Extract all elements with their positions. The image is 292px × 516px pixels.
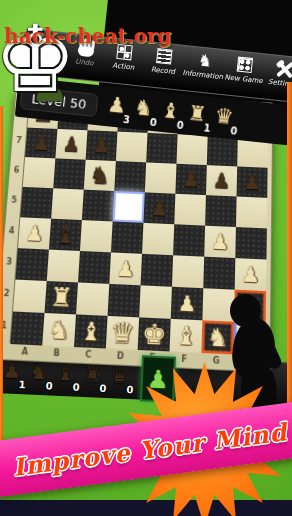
captured-knight-count: 0 <box>149 117 157 129</box>
square-d6[interactable] <box>114 161 146 192</box>
square-b6[interactable] <box>53 158 85 189</box>
frame-strip-right <box>287 82 292 454</box>
captured-knight-slot: ♞0 <box>133 94 158 126</box>
square-g6[interactable]: ♟ <box>206 165 237 196</box>
captured-queen-count: 0 <box>230 125 238 137</box>
square-f7[interactable] <box>176 134 207 165</box>
black-pawn: ♟ <box>92 131 112 161</box>
watermark: hack-cheat.org <box>4 24 172 48</box>
square-a7[interactable]: ♟ <box>25 128 57 159</box>
square-a2[interactable] <box>13 280 47 313</box>
square-g3[interactable] <box>203 257 235 290</box>
board-pieces-icon <box>235 55 257 75</box>
white-pawn: ♟ <box>177 287 197 320</box>
square-f4[interactable] <box>173 224 205 256</box>
square-b5[interactable] <box>51 188 84 220</box>
white-pawn: ♟ <box>24 218 45 250</box>
captured-queen-slot: ♛0 <box>109 362 132 393</box>
white-pawn: ♟ <box>210 226 229 258</box>
square-a4[interactable]: ♟ <box>18 217 51 249</box>
captured-rook-count: 0 <box>99 382 106 393</box>
square-b3[interactable] <box>47 250 80 283</box>
captured-bishop-slot: ♝0 <box>159 97 184 129</box>
square-c7[interactable]: ♟ <box>86 130 118 161</box>
captured-rook-slot: ♜0 <box>82 360 105 391</box>
square-h5[interactable] <box>236 197 267 229</box>
white-knight: ♞ <box>206 321 229 355</box>
chess-app-screen: hack-cheat.org ♚ ♟ 12 Menu Undo Action R… <box>0 0 292 516</box>
square-c4[interactable] <box>80 220 113 252</box>
square-g4[interactable]: ♟ <box>204 226 236 258</box>
white-pawn: ♟ <box>241 258 260 290</box>
square-b4[interactable]: ♝ <box>49 219 82 251</box>
square-g5[interactable] <box>205 195 236 227</box>
square-f3[interactable] <box>172 255 204 288</box>
white-knight: ♞ <box>47 313 71 347</box>
black-pawn: ♟ <box>243 167 262 198</box>
captured-bishop-count: 0 <box>176 120 184 132</box>
black-pawn: ♟ <box>61 129 81 159</box>
square-d2[interactable] <box>108 284 141 317</box>
black-pawn: ♟ <box>31 128 51 158</box>
file-label-c: C <box>72 346 105 364</box>
file-label-b: B <box>40 344 73 362</box>
captured-bishop-slot: ♝0 <box>55 359 78 390</box>
square-g7[interactable] <box>207 136 238 167</box>
action-label: Action <box>104 61 145 73</box>
captured-pawn-count: 1 <box>18 379 25 390</box>
square-d5[interactable] <box>113 191 145 223</box>
record-label: Record <box>143 65 184 77</box>
white-queen: ♛ <box>109 316 135 350</box>
black-pawn: ♟ <box>182 164 201 195</box>
black-knight: ♞ <box>89 160 112 191</box>
captured-knight-slot: ♞0 <box>28 358 51 389</box>
white-bishop: ♝ <box>175 319 198 353</box>
file-label-a: A <box>8 343 41 361</box>
square-b1[interactable]: ♞ <box>42 313 76 347</box>
square-a5[interactable] <box>20 187 53 219</box>
square-f5[interactable] <box>174 194 206 226</box>
information-label: Information <box>182 69 225 81</box>
square-e7[interactable] <box>146 133 177 164</box>
square-c3[interactable] <box>78 251 111 284</box>
crossed-tools-icon <box>274 59 292 79</box>
captured-rook-count: 1 <box>203 122 211 134</box>
square-f6[interactable]: ♟ <box>175 164 206 195</box>
new-game-label: New Game <box>224 73 265 85</box>
bottom-dark-bar <box>0 500 292 516</box>
white-pawn: ♟ <box>116 253 136 285</box>
captured-white-tray: ♟3♞0♝0♜1♛0 <box>106 91 238 134</box>
square-b7[interactable]: ♟ <box>55 129 87 160</box>
black-bishop: ♝ <box>54 219 77 251</box>
square-h6[interactable]: ♟ <box>237 166 268 197</box>
square-e3[interactable] <box>141 254 174 287</box>
square-c6[interactable]: ♞ <box>84 160 116 191</box>
knight-icon: ♞ <box>194 51 216 71</box>
square-a1[interactable] <box>10 312 44 346</box>
captured-bishop-count: 0 <box>72 381 79 392</box>
square-e2[interactable] <box>139 285 172 319</box>
black-pawn: ♟ <box>150 193 170 224</box>
square-a6[interactable] <box>23 157 56 188</box>
white-rook: ♜ <box>49 281 74 314</box>
record-button[interactable]: Record <box>144 45 185 77</box>
captured-rook-slot: ♜1 <box>186 100 211 132</box>
white-bishop: ♝ <box>79 315 103 349</box>
square-d3[interactable]: ♟ <box>109 252 142 285</box>
square-b2[interactable]: ♜ <box>44 281 78 314</box>
square-c5[interactable] <box>82 190 114 222</box>
frame-strip-left <box>0 106 3 454</box>
square-e4[interactable] <box>142 223 174 255</box>
square-e1[interactable]: ♚ <box>138 317 171 351</box>
square-a3[interactable] <box>15 248 48 281</box>
file-label-d: D <box>104 347 137 365</box>
square-e5[interactable]: ♟ <box>143 192 175 224</box>
captured-pawn-slot: ♟3 <box>106 91 131 123</box>
captured-knight-count: 0 <box>45 380 52 391</box>
white-king: ♚ <box>141 318 167 352</box>
black-pawn: ♟ <box>212 165 231 196</box>
square-f1[interactable]: ♝ <box>170 319 203 353</box>
captured-pawn-count: 3 <box>122 114 130 126</box>
information-button[interactable]: ♞ Information <box>183 49 226 81</box>
square-f2[interactable]: ♟ <box>171 287 204 321</box>
square-h3[interactable]: ♟ <box>235 258 267 291</box>
square-h4[interactable] <box>235 227 267 259</box>
square-d1[interactable]: ♛ <box>106 316 139 350</box>
captured-queen-count: 0 <box>126 383 133 394</box>
captured-pawn-slot: ♟1 <box>1 357 24 388</box>
square-c2[interactable] <box>76 282 109 315</box>
square-d7[interactable] <box>116 132 148 163</box>
square-g1[interactable]: ♞ <box>201 320 234 354</box>
lined-list-icon <box>154 47 176 67</box>
square-d4[interactable] <box>111 221 143 253</box>
captured-queen-slot: ♛0 <box>213 103 238 135</box>
new-game-button[interactable]: New Game <box>224 53 265 85</box>
square-e6[interactable] <box>145 162 177 193</box>
square-c1[interactable]: ♝ <box>74 314 108 348</box>
